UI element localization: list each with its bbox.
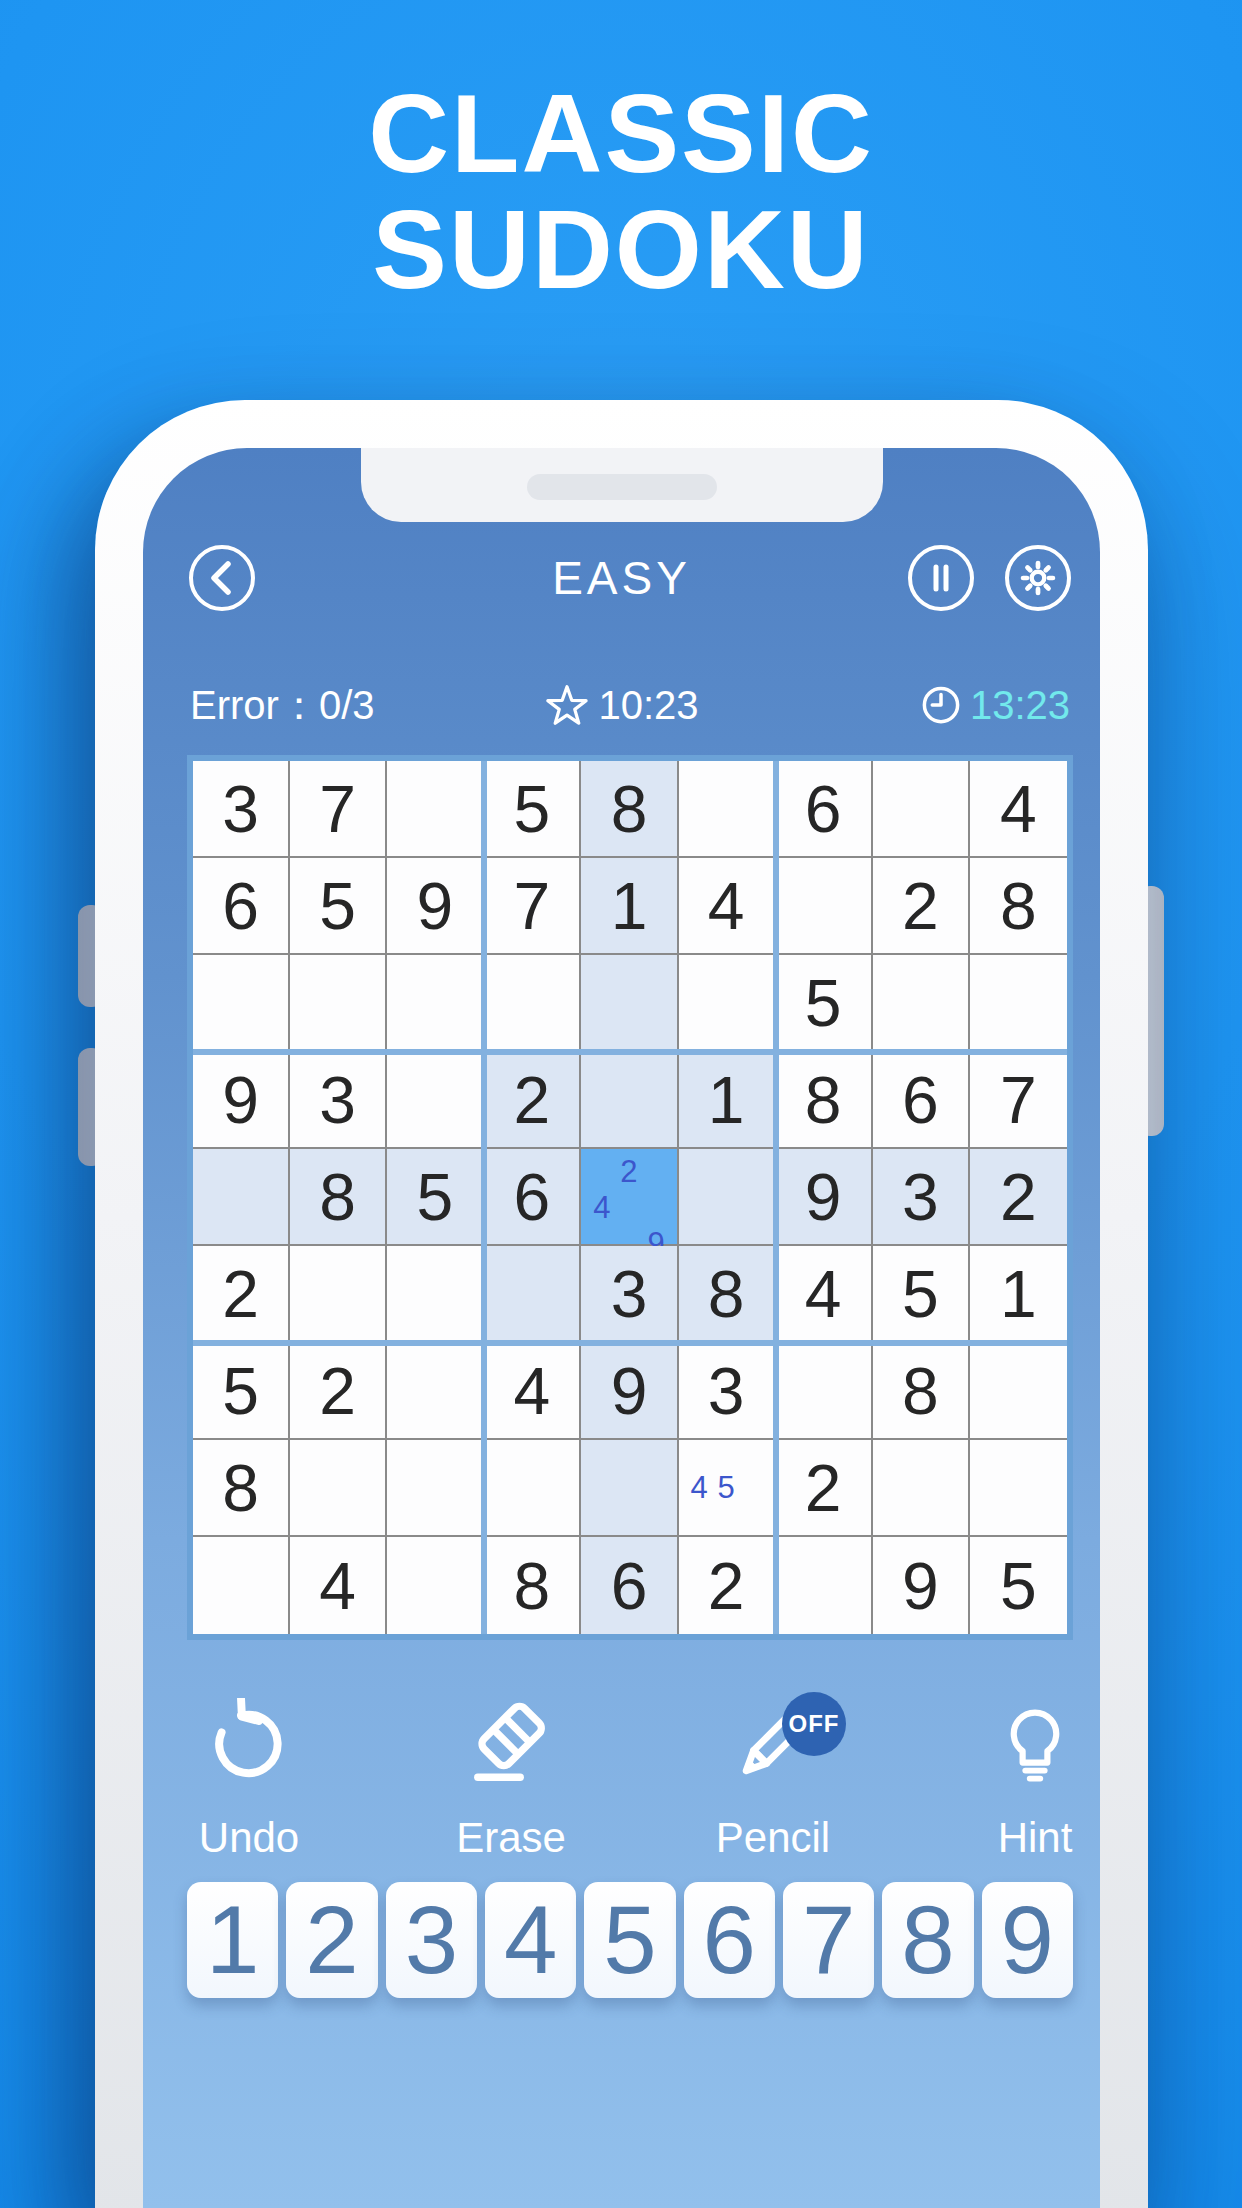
given-digit: 4	[514, 1353, 551, 1429]
sudoku-cell-r1c8[interactable]	[873, 761, 970, 858]
given-digit: 3	[708, 1353, 745, 1429]
sudoku-cell-r8c3[interactable]	[387, 1440, 484, 1537]
clock-icon	[920, 684, 962, 726]
given-digit: 2	[222, 1256, 259, 1332]
sudoku-cell-r8c9[interactable]	[970, 1440, 1067, 1537]
numpad-button-6[interactable]: 6	[684, 1882, 775, 1998]
pencil-marks: 249	[581, 1149, 676, 1244]
lightbulb-icon	[989, 1698, 1081, 1790]
given-digit: 4	[805, 1256, 842, 1332]
sudoku-cell-r1c9[interactable]: 4	[970, 761, 1067, 858]
app-screen: EASY	[143, 448, 1100, 2208]
given-digit: 4	[708, 868, 745, 944]
numpad-button-9[interactable]: 9	[982, 1882, 1073, 1998]
sudoku-cell-r9c9[interactable]: 5	[970, 1537, 1067, 1634]
pencil-button[interactable]: OFF Pencil	[653, 1696, 893, 1862]
numpad-button-5[interactable]: 5	[584, 1882, 675, 1998]
sudoku-cell-r7c3[interactable]	[387, 1343, 484, 1440]
given-digit: 7	[514, 868, 551, 944]
phone-mockup: EASY	[95, 400, 1148, 2208]
sudoku-cell-r7c1[interactable]: 5	[193, 1343, 290, 1440]
sudoku-cell-r6c4[interactable]	[484, 1246, 581, 1343]
undo-label: Undo	[199, 1814, 299, 1862]
pencil-mark: 4	[588, 1190, 615, 1226]
sudoku-cell-r4c9[interactable]: 7	[970, 1052, 1067, 1149]
sudoku-cell-r6c7[interactable]: 4	[776, 1246, 873, 1343]
sudoku-cell-r9c4[interactable]: 8	[484, 1537, 581, 1634]
sudoku-cell-r5c7[interactable]: 9	[776, 1149, 873, 1246]
sudoku-cell-r2c3[interactable]: 9	[387, 858, 484, 955]
sudoku-cell-r5c9[interactable]: 2	[970, 1149, 1067, 1246]
given-digit: 2	[805, 1450, 842, 1526]
sudoku-cell-r8c6[interactable]: 45	[679, 1440, 776, 1537]
given-digit: 1	[1000, 1256, 1037, 1332]
sudoku-cell-r3c8[interactable]	[873, 955, 970, 1052]
sudoku-cell-r1c4[interactable]: 5	[484, 761, 581, 858]
given-digit: 8	[514, 1548, 551, 1624]
given-digit: 8	[708, 1256, 745, 1332]
elapsed-time-value: 13:23	[970, 683, 1070, 728]
hint-button[interactable]: Hint	[915, 1696, 1100, 1862]
sudoku-cell-r5c1[interactable]	[193, 1149, 290, 1246]
sudoku-cell-r4c6[interactable]: 1	[679, 1052, 776, 1149]
toolbar: Undo Erase	[143, 1696, 1100, 1866]
numpad-button-2[interactable]: 2	[286, 1882, 377, 1998]
given-digit: 5	[416, 1159, 453, 1235]
sudoku-cell-r3c1[interactable]	[193, 955, 290, 1052]
gear-icon	[1016, 556, 1060, 600]
sudoku-cell-r6c3[interactable]	[387, 1246, 484, 1343]
sudoku-cell-r6c5[interactable]: 3	[581, 1246, 678, 1343]
sudoku-cell-r5c5[interactable]: 249	[581, 1149, 678, 1246]
phone-speaker	[527, 474, 717, 500]
pencil-marks: 45	[679, 1440, 774, 1535]
given-digit: 8	[319, 1159, 356, 1235]
given-digit: 5	[805, 965, 842, 1041]
given-digit: 3	[319, 1062, 356, 1138]
given-digit: 8	[611, 771, 648, 847]
sudoku-cell-r2c7[interactable]	[776, 858, 873, 955]
sudoku-cell-r4c8[interactable]: 6	[873, 1052, 970, 1149]
sudoku-cell-r6c6[interactable]: 8	[679, 1246, 776, 1343]
sudoku-cell-r3c9[interactable]	[970, 955, 1067, 1052]
sudoku-cell-r5c2[interactable]: 8	[290, 1149, 387, 1246]
numpad-button-7[interactable]: 7	[783, 1882, 874, 1998]
sudoku-cell-r3c5[interactable]	[581, 955, 678, 1052]
given-digit: 5	[319, 868, 356, 944]
box-divider	[773, 761, 779, 1634]
given-digit: 3	[611, 1256, 648, 1332]
sudoku-cell-r7c7[interactable]	[776, 1343, 873, 1440]
sudoku-cell-r2c5[interactable]: 1	[581, 858, 678, 955]
given-digit: 8	[222, 1450, 259, 1526]
sudoku-grid: 3758646597142859321867856249932238451524…	[193, 761, 1067, 1634]
given-digit: 7	[1000, 1062, 1037, 1138]
given-digit: 8	[1000, 868, 1037, 944]
numpad-button-8[interactable]: 8	[882, 1882, 973, 1998]
pencil-mark: 2	[615, 1154, 642, 1190]
sudoku-cell-r4c3[interactable]	[387, 1052, 484, 1149]
given-digit: 5	[514, 771, 551, 847]
sudoku-cell-r7c6[interactable]: 3	[679, 1343, 776, 1440]
sudoku-cell-r6c9[interactable]: 1	[970, 1246, 1067, 1343]
given-digit: 2	[514, 1062, 551, 1138]
star-icon	[544, 682, 590, 728]
sudoku-cell-r9c5[interactable]: 6	[581, 1537, 678, 1634]
given-digit: 5	[222, 1353, 259, 1429]
numpad-button-4[interactable]: 4	[485, 1882, 576, 1998]
sudoku-cell-r9c8[interactable]: 9	[873, 1537, 970, 1634]
undo-icon	[203, 1698, 295, 1790]
given-digit: 8	[902, 1353, 939, 1429]
box-divider	[481, 761, 487, 1634]
given-digit: 9	[805, 1159, 842, 1235]
sudoku-cell-r5c3[interactable]: 5	[387, 1149, 484, 1246]
promo-screenshot: { "game": "sudoku", "position": "37.58.6…	[0, 0, 1242, 2208]
pencil-label: Pencil	[716, 1814, 830, 1862]
given-digit: 9	[416, 868, 453, 944]
given-digit: 6	[222, 868, 259, 944]
status-bar: Error： 0/3 10:23 13:23	[143, 681, 1100, 729]
number-pad: 123456789	[187, 1882, 1073, 1998]
numpad-button-1[interactable]: 1	[187, 1882, 278, 1998]
numpad-button-3[interactable]: 3	[386, 1882, 477, 1998]
pencil-mark: 4	[686, 1470, 713, 1506]
sudoku-cell-r1c1[interactable]: 3	[193, 761, 290, 858]
given-digit: 3	[902, 1159, 939, 1235]
sudoku-cell-r7c8[interactable]: 8	[873, 1343, 970, 1440]
given-digit: 6	[902, 1062, 939, 1138]
sudoku-cell-r3c3[interactable]	[387, 955, 484, 1052]
pencil-mark: 5	[713, 1470, 740, 1506]
sudoku-cell-r8c7[interactable]: 2	[776, 1440, 873, 1537]
sudoku-cell-r1c2[interactable]: 7	[290, 761, 387, 858]
given-digit: 1	[611, 868, 648, 944]
erase-label: Erase	[456, 1814, 566, 1862]
sudoku-cell-r8c8[interactable]	[873, 1440, 970, 1537]
undo-button[interactable]: Undo	[143, 1696, 369, 1862]
given-digit: 4	[319, 1548, 356, 1624]
sudoku-cell-r9c2[interactable]: 4	[290, 1537, 387, 1634]
pencil-off-badge[interactable]: OFF	[782, 1692, 846, 1756]
sudoku-cell-r7c2[interactable]: 2	[290, 1343, 387, 1440]
given-digit: 9	[611, 1353, 648, 1429]
sudoku-cell-r9c6[interactable]: 2	[679, 1537, 776, 1634]
given-digit: 2	[319, 1353, 356, 1429]
sudoku-cell-r5c8[interactable]: 3	[873, 1149, 970, 1246]
best-time-value: 10:23	[598, 683, 698, 728]
sudoku-cell-r3c7[interactable]: 5	[776, 955, 873, 1052]
sudoku-cell-r9c1[interactable]	[193, 1537, 290, 1634]
sudoku-cell-r4c4[interactable]: 2	[484, 1052, 581, 1149]
pause-icon	[923, 560, 959, 596]
given-digit: 7	[319, 771, 356, 847]
given-digit: 2	[708, 1548, 745, 1624]
box-divider	[193, 1340, 1067, 1346]
given-digit: 5	[1000, 1548, 1037, 1624]
sudoku-cell-r8c1[interactable]: 8	[193, 1440, 290, 1537]
sudoku-cell-r3c4[interactable]	[484, 955, 581, 1052]
hint-label: Hint	[998, 1814, 1073, 1862]
page-title: CLASSIC SUDOKU	[0, 76, 1242, 309]
given-digit: 3	[222, 771, 259, 847]
sudoku-cell-r1c6[interactable]	[679, 761, 776, 858]
given-digit: 2	[1000, 1159, 1037, 1235]
sudoku-cell-r4c2[interactable]: 3	[290, 1052, 387, 1149]
sudoku-cell-r3c2[interactable]	[290, 955, 387, 1052]
given-digit: 1	[708, 1062, 745, 1138]
sudoku-cell-r1c3[interactable]	[387, 761, 484, 858]
sudoku-cell-r8c5[interactable]	[581, 1440, 678, 1537]
sudoku-cell-r2c4[interactable]: 7	[484, 858, 581, 955]
sudoku-cell-r6c2[interactable]	[290, 1246, 387, 1343]
pause-button[interactable]	[908, 545, 974, 611]
sudoku-cell-r6c8[interactable]: 5	[873, 1246, 970, 1343]
sudoku-cell-r7c4[interactable]: 4	[484, 1343, 581, 1440]
elapsed-time: 13:23	[920, 681, 1070, 729]
given-digit: 9	[902, 1548, 939, 1624]
given-digit: 6	[514, 1159, 551, 1235]
sudoku-cell-r7c9[interactable]	[970, 1343, 1067, 1440]
sudoku-cell-r2c9[interactable]: 8	[970, 858, 1067, 955]
sudoku-cell-r9c3[interactable]	[387, 1537, 484, 1634]
given-digit: 8	[805, 1062, 842, 1138]
sudoku-cell-r6c1[interactable]: 2	[193, 1246, 290, 1343]
sudoku-cell-r2c8[interactable]: 2	[873, 858, 970, 955]
settings-button[interactable]	[1005, 545, 1071, 611]
given-digit: 6	[805, 771, 842, 847]
given-digit: 9	[222, 1062, 259, 1138]
phone-notch	[361, 448, 883, 522]
given-digit: 6	[611, 1548, 648, 1624]
sudoku-cell-r2c1[interactable]: 6	[193, 858, 290, 955]
page-title-line1: CLASSIC	[0, 76, 1242, 192]
sudoku-cell-r1c5[interactable]: 8	[581, 761, 678, 858]
sudoku-cell-r4c5[interactable]	[581, 1052, 678, 1149]
sudoku-cell-r8c2[interactable]	[290, 1440, 387, 1537]
given-digit: 4	[1000, 771, 1037, 847]
sudoku-cell-r2c6[interactable]: 4	[679, 858, 776, 955]
sudoku-board: 3758646597142859321867856249932238451524…	[187, 755, 1073, 1640]
sudoku-cell-r4c1[interactable]: 9	[193, 1052, 290, 1149]
sudoku-cell-r9c7[interactable]	[776, 1537, 873, 1634]
sudoku-cell-r1c7[interactable]: 6	[776, 761, 873, 858]
sudoku-cell-r8c4[interactable]	[484, 1440, 581, 1537]
eraser-icon	[463, 1696, 559, 1792]
sudoku-cell-r5c6[interactable]	[679, 1149, 776, 1246]
given-digit: 5	[902, 1256, 939, 1332]
sudoku-cell-r7c5[interactable]: 9	[581, 1343, 678, 1440]
given-digit: 2	[902, 868, 939, 944]
sudoku-cell-r3c6[interactable]	[679, 955, 776, 1052]
page-title-line2: SUDOKU	[0, 192, 1242, 308]
box-divider	[193, 1049, 1067, 1055]
erase-button[interactable]: Erase	[391, 1696, 631, 1862]
sudoku-cell-r2c2[interactable]: 5	[290, 858, 387, 955]
sudoku-cell-r4c7[interactable]: 8	[776, 1052, 873, 1149]
sudoku-cell-r5c4[interactable]: 6	[484, 1149, 581, 1246]
